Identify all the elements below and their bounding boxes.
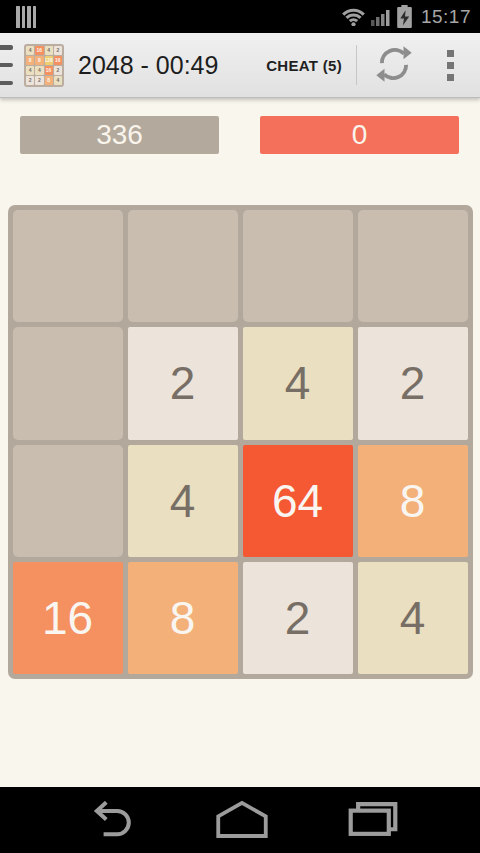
battery-charging-icon bbox=[396, 5, 413, 28]
refresh-icon bbox=[375, 45, 413, 83]
app-icon-tile: 2 bbox=[54, 46, 62, 55]
cheat-button[interactable]: CHEAT (5) bbox=[260, 43, 348, 88]
app-icon-tile: 4 bbox=[45, 46, 53, 55]
wifi-icon bbox=[341, 7, 366, 26]
tile-8: 8 bbox=[358, 445, 468, 557]
tile-4: 4 bbox=[243, 327, 353, 439]
app-icon-tile: 4 bbox=[35, 66, 43, 75]
phone-screen: 15:17 416428812816441622284 2048 - 00:49… bbox=[0, 0, 480, 853]
app-icon-tile: 2 bbox=[35, 76, 43, 85]
app-icon-tile: 2 bbox=[54, 66, 62, 75]
empty-cell bbox=[13, 210, 123, 322]
status-time: 15:17 bbox=[418, 6, 471, 28]
app-icon-tile: 2 bbox=[26, 76, 34, 85]
empty-cell bbox=[128, 210, 238, 322]
empty-cell bbox=[243, 210, 353, 322]
navigation-bar bbox=[0, 787, 480, 853]
game-content: 336 0 242464816824 bbox=[0, 98, 480, 787]
tile-2: 2 bbox=[358, 327, 468, 439]
action-bar: 416428812816441622284 2048 - 00:49 CHEAT… bbox=[0, 33, 480, 98]
app-icon-tile: 4 bbox=[54, 76, 62, 85]
empty-cell bbox=[13, 445, 123, 557]
app-icon-tile: 16 bbox=[54, 56, 62, 65]
back-icon bbox=[81, 801, 137, 837]
signal-icon bbox=[371, 8, 391, 26]
tile-4: 4 bbox=[128, 445, 238, 557]
recents-button[interactable] bbox=[347, 800, 399, 841]
app-icon-tile: 8 bbox=[45, 76, 53, 85]
score-row: 336 0 bbox=[0, 98, 480, 154]
app-icon-tile: 4 bbox=[26, 46, 34, 55]
app-icon: 416428812816441622284 bbox=[24, 44, 64, 87]
secondary-score-box: 0 bbox=[260, 116, 459, 154]
home-icon bbox=[214, 799, 270, 839]
recents-icon bbox=[347, 800, 399, 838]
app-icon-tile: 16 bbox=[45, 66, 53, 75]
tile-64: 64 bbox=[243, 445, 353, 557]
app-icon-tile: 16 bbox=[35, 46, 43, 55]
home-button[interactable] bbox=[214, 799, 270, 842]
empty-cell bbox=[13, 327, 123, 439]
tile-4: 4 bbox=[358, 562, 468, 674]
overflow-menu-button[interactable] bbox=[437, 46, 464, 85]
notification-bars-icon bbox=[16, 6, 36, 28]
app-icon-tile: 128 bbox=[45, 56, 53, 65]
app-icon-tile: 8 bbox=[26, 56, 34, 65]
tile-2: 2 bbox=[128, 327, 238, 439]
drawer-handle-icon[interactable] bbox=[0, 43, 13, 87]
board[interactable]: 242464816824 bbox=[8, 205, 473, 679]
tile-2: 2 bbox=[243, 562, 353, 674]
app-icon-tile: 4 bbox=[26, 66, 34, 75]
empty-cell bbox=[358, 210, 468, 322]
status-bar: 15:17 bbox=[0, 0, 480, 33]
app-title: 2048 - 00:49 bbox=[78, 51, 218, 80]
refresh-button[interactable] bbox=[367, 41, 421, 90]
tile-16: 16 bbox=[13, 562, 123, 674]
score-box: 336 bbox=[20, 116, 219, 154]
back-button[interactable] bbox=[81, 801, 137, 840]
actionbar-divider bbox=[356, 45, 357, 85]
tile-8: 8 bbox=[128, 562, 238, 674]
app-icon-tile: 8 bbox=[35, 56, 43, 65]
